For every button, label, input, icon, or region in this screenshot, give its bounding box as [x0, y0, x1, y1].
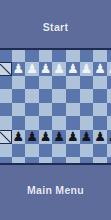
- chess-app: Start ♟♟♟♟♟♟♟♟♟♟♟♟♟♟♟♟ Main Menu: [0, 0, 111, 220]
- board-square[interactable]: [39, 89, 53, 103]
- board-square[interactable]: [80, 76, 94, 90]
- black-pawn: ♟: [40, 130, 52, 144]
- board-square[interactable]: [93, 144, 107, 158]
- board-square[interactable]: [25, 76, 39, 90]
- board-square[interactable]: [12, 103, 26, 117]
- board-square[interactable]: [12, 116, 26, 130]
- board-square[interactable]: [52, 157, 66, 163]
- board-square[interactable]: [0, 62, 12, 76]
- board-square[interactable]: [66, 116, 80, 130]
- board-square[interactable]: ♟: [93, 62, 107, 76]
- main-menu-button[interactable]: Main Menu: [0, 163, 111, 220]
- white-pawn: ♟: [108, 62, 111, 76]
- board-square[interactable]: [52, 76, 66, 90]
- board-square[interactable]: [80, 144, 94, 158]
- board-square[interactable]: [25, 157, 39, 163]
- board-square[interactable]: [39, 144, 53, 158]
- board-square[interactable]: ♟: [66, 130, 80, 144]
- board-square[interactable]: [66, 89, 80, 103]
- board-square[interactable]: [80, 103, 94, 117]
- board-square[interactable]: [107, 116, 111, 130]
- start-button[interactable]: Start: [0, 0, 111, 50]
- board-square[interactable]: ♟: [25, 130, 39, 144]
- board-square[interactable]: ♟: [52, 62, 66, 76]
- black-pawn: ♟: [26, 130, 38, 144]
- board-square[interactable]: [12, 76, 26, 90]
- board-square[interactable]: ♟: [25, 62, 39, 76]
- board-square[interactable]: [93, 116, 107, 130]
- board-square[interactable]: ♟: [39, 130, 53, 144]
- board-square[interactable]: [93, 50, 107, 62]
- board-square[interactable]: [52, 50, 66, 62]
- board-square[interactable]: ♟: [39, 62, 53, 76]
- board-square[interactable]: [66, 103, 80, 117]
- white-pawn: ♟: [81, 62, 93, 76]
- missing-piece-placeholder: [0, 62, 12, 76]
- board-square[interactable]: [25, 89, 39, 103]
- white-pawn: ♟: [26, 62, 38, 76]
- white-pawn: ♟: [94, 62, 106, 76]
- board-square[interactable]: [0, 76, 12, 90]
- board-square[interactable]: [66, 157, 80, 163]
- board-square[interactable]: [39, 157, 53, 163]
- main-menu-button-label: Main Menu: [27, 184, 84, 196]
- board-square[interactable]: [12, 157, 26, 163]
- board-square[interactable]: [93, 157, 107, 163]
- board-square[interactable]: [12, 144, 26, 158]
- black-pawn: ♟: [53, 130, 65, 144]
- board-square[interactable]: [25, 103, 39, 117]
- white-pawn: ♟: [13, 62, 25, 76]
- board-square[interactable]: ♟: [107, 62, 111, 76]
- missing-piece-placeholder: [0, 130, 12, 144]
- board-square[interactable]: [0, 89, 12, 103]
- board-square[interactable]: [12, 50, 26, 62]
- board-square[interactable]: [107, 157, 111, 163]
- board-square[interactable]: [52, 144, 66, 158]
- board-square[interactable]: [52, 89, 66, 103]
- board-square[interactable]: ♟: [12, 62, 26, 76]
- black-pawn: ♟: [108, 130, 111, 144]
- board-square[interactable]: [107, 103, 111, 117]
- board-square[interactable]: [107, 89, 111, 103]
- board-square[interactable]: [0, 116, 12, 130]
- board-square[interactable]: [0, 130, 12, 144]
- board-square[interactable]: ♟: [66, 62, 80, 76]
- board-square[interactable]: [0, 50, 12, 62]
- board-square[interactable]: [0, 157, 12, 163]
- board-square[interactable]: [107, 76, 111, 90]
- board-square[interactable]: ♟: [80, 130, 94, 144]
- white-pawn: ♟: [53, 62, 65, 76]
- board-square[interactable]: [25, 50, 39, 62]
- board-square[interactable]: [93, 76, 107, 90]
- board-square[interactable]: [52, 103, 66, 117]
- board-square[interactable]: [66, 144, 80, 158]
- black-pawn: ♟: [94, 130, 106, 144]
- board-square[interactable]: ♟: [107, 130, 111, 144]
- board-square[interactable]: [93, 103, 107, 117]
- board-square[interactable]: [80, 89, 94, 103]
- black-pawn: ♟: [67, 130, 79, 144]
- board-square[interactable]: ♟: [80, 62, 94, 76]
- board-grid: ♟♟♟♟♟♟♟♟♟♟♟♟♟♟♟♟: [0, 50, 111, 163]
- board-square[interactable]: [39, 76, 53, 90]
- board-square[interactable]: [52, 116, 66, 130]
- board-square[interactable]: [39, 116, 53, 130]
- white-pawn: ♟: [40, 62, 52, 76]
- board-square[interactable]: [0, 103, 12, 117]
- board-square[interactable]: [39, 50, 53, 62]
- start-button-label: Start: [43, 21, 68, 33]
- board-square[interactable]: [80, 116, 94, 130]
- board-square[interactable]: [66, 50, 80, 62]
- board-square[interactable]: [80, 50, 94, 62]
- board-square[interactable]: [66, 76, 80, 90]
- board-square[interactable]: [107, 144, 111, 158]
- board-square[interactable]: [25, 116, 39, 130]
- black-pawn: ♟: [81, 130, 93, 144]
- black-pawn: ♟: [13, 130, 25, 144]
- board-square[interactable]: ♟: [93, 130, 107, 144]
- board-square[interactable]: [39, 103, 53, 117]
- board-square[interactable]: [80, 157, 94, 163]
- board-square[interactable]: [25, 144, 39, 158]
- board-square[interactable]: [12, 89, 26, 103]
- board-square[interactable]: ♟: [12, 130, 26, 144]
- board-square[interactable]: ♟: [52, 130, 66, 144]
- board-square[interactable]: [107, 50, 111, 62]
- chess-board: ♟♟♟♟♟♟♟♟♟♟♟♟♟♟♟♟: [0, 50, 111, 163]
- board-square[interactable]: [0, 144, 12, 158]
- board-square[interactable]: [93, 89, 107, 103]
- white-pawn: ♟: [67, 62, 79, 76]
